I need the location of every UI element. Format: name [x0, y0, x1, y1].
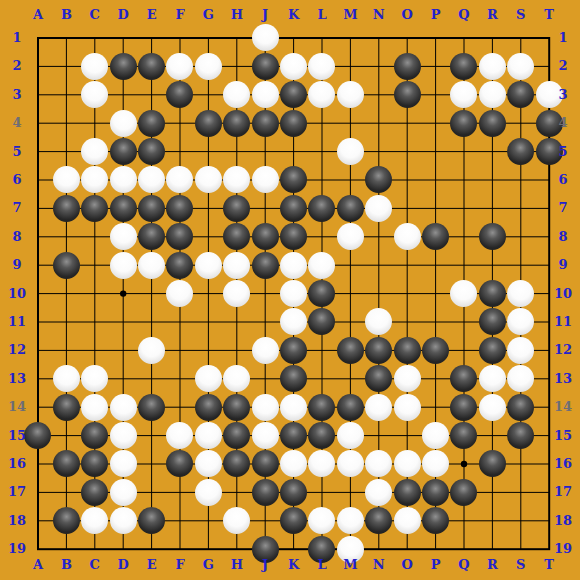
white-stone-K10[interactable] [280, 280, 307, 307]
intersection-F4[interactable] [166, 109, 194, 137]
intersection-H8[interactable] [223, 223, 251, 251]
intersection-F6[interactable] [166, 166, 194, 194]
intersection-L7[interactable] [308, 194, 336, 222]
intersection-N1[interactable] [364, 24, 392, 52]
white-stone-H6[interactable] [223, 166, 250, 193]
intersection-M13[interactable] [336, 364, 364, 392]
intersection-L17[interactable] [308, 478, 336, 506]
white-stone-L9[interactable] [308, 252, 335, 279]
white-stone-J12[interactable] [252, 337, 279, 364]
white-stone-D14[interactable] [110, 394, 137, 421]
intersection-E4[interactable] [137, 109, 165, 137]
white-stone-R2[interactable] [479, 53, 506, 80]
white-stone-E12[interactable] [138, 337, 165, 364]
black-stone-D5[interactable] [110, 138, 137, 165]
black-stone-L15[interactable] [308, 422, 335, 449]
intersection-L8[interactable] [308, 223, 336, 251]
black-stone-N12[interactable] [365, 337, 392, 364]
intersection-N3[interactable] [364, 81, 392, 109]
black-stone-H7[interactable] [223, 195, 250, 222]
black-stone-B16[interactable] [53, 450, 80, 477]
intersection-Q8[interactable] [450, 223, 478, 251]
intersection-K10[interactable] [279, 279, 307, 307]
intersection-F17[interactable] [166, 478, 194, 506]
white-stone-F6[interactable] [166, 166, 193, 193]
intersection-B8[interactable] [52, 223, 80, 251]
black-stone-K7[interactable] [280, 195, 307, 222]
white-stone-S11[interactable] [507, 308, 534, 335]
intersection-F10[interactable] [166, 279, 194, 307]
intersection-D11[interactable] [109, 308, 137, 336]
intersection-H1[interactable] [223, 24, 251, 52]
intersection-P5[interactable] [421, 137, 449, 165]
intersection-G6[interactable] [194, 166, 222, 194]
intersection-H14[interactable] [223, 393, 251, 421]
intersection-G5[interactable] [194, 137, 222, 165]
intersection-K7[interactable] [279, 194, 307, 222]
intersection-S2[interactable] [506, 52, 534, 80]
intersection-N9[interactable] [364, 251, 392, 279]
intersection-J14[interactable] [251, 393, 279, 421]
intersection-Q3[interactable] [450, 81, 478, 109]
intersection-R3[interactable] [478, 81, 506, 109]
intersection-J1[interactable] [251, 24, 279, 52]
intersection-S1[interactable] [506, 24, 534, 52]
black-stone-P12[interactable] [422, 337, 449, 364]
black-stone-P8[interactable] [422, 223, 449, 250]
intersection-E15[interactable] [137, 421, 165, 449]
intersection-M6[interactable] [336, 166, 364, 194]
intersection-O1[interactable] [393, 24, 421, 52]
intersection-E16[interactable] [137, 450, 165, 478]
black-stone-K6[interactable] [280, 166, 307, 193]
intersection-E12[interactable] [137, 336, 165, 364]
intersection-C15[interactable] [81, 421, 109, 449]
intersection-K11[interactable] [279, 308, 307, 336]
white-stone-M5[interactable] [337, 138, 364, 165]
intersection-R10[interactable] [478, 279, 506, 307]
intersection-B9[interactable] [52, 251, 80, 279]
intersection-Q17[interactable] [450, 478, 478, 506]
white-stone-B13[interactable] [53, 365, 80, 392]
intersection-O11[interactable] [393, 308, 421, 336]
black-stone-K18[interactable] [280, 507, 307, 534]
intersection-B7[interactable] [52, 194, 80, 222]
black-stone-B9[interactable] [53, 252, 80, 279]
white-stone-J3[interactable] [252, 81, 279, 108]
black-stone-F3[interactable] [166, 81, 193, 108]
intersection-F11[interactable] [166, 308, 194, 336]
intersection-R7[interactable] [478, 194, 506, 222]
black-stone-L14[interactable] [308, 394, 335, 421]
intersection-O3[interactable] [393, 81, 421, 109]
intersection-C7[interactable] [81, 194, 109, 222]
intersection-B13[interactable] [52, 364, 80, 392]
intersection-H9[interactable] [223, 251, 251, 279]
intersection-J4[interactable] [251, 109, 279, 137]
intersection-D15[interactable] [109, 421, 137, 449]
white-stone-G2[interactable] [195, 53, 222, 80]
intersection-O14[interactable] [393, 393, 421, 421]
intersection-E2[interactable] [137, 52, 165, 80]
black-stone-B7[interactable] [53, 195, 80, 222]
intersection-N7[interactable] [364, 194, 392, 222]
black-stone-N6[interactable] [365, 166, 392, 193]
black-stone-M14[interactable] [337, 394, 364, 421]
intersection-B18[interactable] [52, 506, 80, 534]
intersection-C13[interactable] [81, 364, 109, 392]
white-stone-S13[interactable] [507, 365, 534, 392]
intersection-M5[interactable] [336, 137, 364, 165]
intersection-E8[interactable] [137, 223, 165, 251]
intersection-O10[interactable] [393, 279, 421, 307]
intersection-O8[interactable] [393, 223, 421, 251]
intersection-Q18[interactable] [450, 506, 478, 534]
intersection-O13[interactable] [393, 364, 421, 392]
intersection-L4[interactable] [308, 109, 336, 137]
white-stone-J1[interactable] [252, 24, 279, 51]
intersection-N2[interactable] [364, 52, 392, 80]
black-stone-F7[interactable] [166, 195, 193, 222]
intersection-B6[interactable] [52, 166, 80, 194]
intersection-H12[interactable] [223, 336, 251, 364]
white-stone-K2[interactable] [280, 53, 307, 80]
intersection-O18[interactable] [393, 506, 421, 534]
intersection-E6[interactable] [137, 166, 165, 194]
black-stone-K3[interactable] [280, 81, 307, 108]
black-stone-H8[interactable] [223, 223, 250, 250]
intersection-H10[interactable] [223, 279, 251, 307]
white-stone-K16[interactable] [280, 450, 307, 477]
intersection-Q11[interactable] [450, 308, 478, 336]
intersection-N10[interactable] [364, 279, 392, 307]
intersection-N6[interactable] [364, 166, 392, 194]
intersection-B4[interactable] [52, 109, 80, 137]
intersection-J3[interactable] [251, 81, 279, 109]
intersection-C2[interactable] [81, 52, 109, 80]
intersection-O7[interactable] [393, 194, 421, 222]
white-stone-K9[interactable] [280, 252, 307, 279]
black-stone-J17[interactable] [252, 479, 279, 506]
intersection-C5[interactable] [81, 137, 109, 165]
intersection-H6[interactable] [223, 166, 251, 194]
black-stone-D2[interactable] [110, 53, 137, 80]
white-stone-C5[interactable] [81, 138, 108, 165]
intersection-H3[interactable] [223, 81, 251, 109]
white-stone-S10[interactable] [507, 280, 534, 307]
intersection-Q1[interactable] [450, 24, 478, 52]
black-stone-Q17[interactable] [450, 479, 477, 506]
intersection-H7[interactable] [223, 194, 251, 222]
intersection-F5[interactable] [166, 137, 194, 165]
white-stone-L3[interactable] [308, 81, 335, 108]
intersection-Q10[interactable] [450, 279, 478, 307]
intersection-J18[interactable] [251, 506, 279, 534]
white-stone-N16[interactable] [365, 450, 392, 477]
intersection-L2[interactable] [308, 52, 336, 80]
black-stone-C15[interactable] [81, 422, 108, 449]
white-stone-K11[interactable] [280, 308, 307, 335]
black-stone-C16[interactable] [81, 450, 108, 477]
intersection-G4[interactable] [194, 109, 222, 137]
black-stone-K17[interactable] [280, 479, 307, 506]
intersection-C8[interactable] [81, 223, 109, 251]
intersection-D16[interactable] [109, 450, 137, 478]
intersection-R8[interactable] [478, 223, 506, 251]
black-stone-S5[interactable] [507, 138, 534, 165]
intersection-S14[interactable] [506, 393, 534, 421]
white-stone-H13[interactable] [223, 365, 250, 392]
intersection-P7[interactable] [421, 194, 449, 222]
intersection-Q16[interactable] [450, 450, 478, 478]
intersection-K1[interactable] [279, 24, 307, 52]
intersection-N18[interactable] [364, 506, 392, 534]
intersection-G3[interactable] [194, 81, 222, 109]
white-stone-E6[interactable] [138, 166, 165, 193]
intersection-K2[interactable] [279, 52, 307, 80]
intersection-J13[interactable] [251, 364, 279, 392]
intersection-B14[interactable] [52, 393, 80, 421]
intersection-S9[interactable] [506, 251, 534, 279]
intersection-R11[interactable] [478, 308, 506, 336]
intersection-Q15[interactable] [450, 421, 478, 449]
intersection-D18[interactable] [109, 506, 137, 534]
black-stone-J9[interactable] [252, 252, 279, 279]
intersection-S12[interactable] [506, 336, 534, 364]
intersection-G9[interactable] [194, 251, 222, 279]
intersection-P11[interactable] [421, 308, 449, 336]
black-stone-C7[interactable] [81, 195, 108, 222]
black-stone-E7[interactable] [138, 195, 165, 222]
black-stone-O17[interactable] [394, 479, 421, 506]
intersection-K8[interactable] [279, 223, 307, 251]
white-stone-H18[interactable] [223, 507, 250, 534]
intersection-G11[interactable] [194, 308, 222, 336]
black-stone-M12[interactable] [337, 337, 364, 364]
intersection-D7[interactable] [109, 194, 137, 222]
intersection-N4[interactable] [364, 109, 392, 137]
intersection-D3[interactable] [109, 81, 137, 109]
black-stone-R16[interactable] [479, 450, 506, 477]
intersection-H13[interactable] [223, 364, 251, 392]
intersection-L14[interactable] [308, 393, 336, 421]
intersection-D1[interactable] [109, 24, 137, 52]
white-stone-D17[interactable] [110, 479, 137, 506]
intersection-N16[interactable] [364, 450, 392, 478]
intersection-E5[interactable] [137, 137, 165, 165]
intersection-B16[interactable] [52, 450, 80, 478]
intersection-P16[interactable] [421, 450, 449, 478]
white-stone-H9[interactable] [223, 252, 250, 279]
intersection-G10[interactable] [194, 279, 222, 307]
intersection-K4[interactable] [279, 109, 307, 137]
intersection-P4[interactable] [421, 109, 449, 137]
white-stone-F10[interactable] [166, 280, 193, 307]
white-stone-O8[interactable] [394, 223, 421, 250]
intersection-M8[interactable] [336, 223, 364, 251]
intersection-H2[interactable] [223, 52, 251, 80]
intersection-E7[interactable] [137, 194, 165, 222]
intersection-D6[interactable] [109, 166, 137, 194]
intersection-G8[interactable] [194, 223, 222, 251]
intersection-G18[interactable] [194, 506, 222, 534]
black-stone-O3[interactable] [394, 81, 421, 108]
black-stone-J8[interactable] [252, 223, 279, 250]
black-stone-Q4[interactable] [450, 110, 477, 137]
intersection-P14[interactable] [421, 393, 449, 421]
intersection-F3[interactable] [166, 81, 194, 109]
white-stone-D8[interactable] [110, 223, 137, 250]
intersection-R17[interactable] [478, 478, 506, 506]
intersection-C11[interactable] [81, 308, 109, 336]
intersection-R15[interactable] [478, 421, 506, 449]
black-stone-E2[interactable] [138, 53, 165, 80]
intersection-M10[interactable] [336, 279, 364, 307]
intersection-N13[interactable] [364, 364, 392, 392]
intersection-S18[interactable] [506, 506, 534, 534]
white-stone-E9[interactable] [138, 252, 165, 279]
intersection-K9[interactable] [279, 251, 307, 279]
intersection-O9[interactable] [393, 251, 421, 279]
white-stone-O13[interactable] [394, 365, 421, 392]
intersection-B3[interactable] [52, 81, 80, 109]
intersection-N12[interactable] [364, 336, 392, 364]
black-stone-K12[interactable] [280, 337, 307, 364]
black-stone-N18[interactable] [365, 507, 392, 534]
black-stone-H14[interactable] [223, 394, 250, 421]
black-stone-L11[interactable] [308, 308, 335, 335]
intersection-P9[interactable] [421, 251, 449, 279]
intersection-C14[interactable] [81, 393, 109, 421]
intersection-J6[interactable] [251, 166, 279, 194]
intersection-L16[interactable] [308, 450, 336, 478]
intersection-L5[interactable] [308, 137, 336, 165]
intersection-C1[interactable] [81, 24, 109, 52]
black-stone-L10[interactable] [308, 280, 335, 307]
intersection-C3[interactable] [81, 81, 109, 109]
intersection-B15[interactable] [52, 421, 80, 449]
intersection-D2[interactable] [109, 52, 137, 80]
black-stone-J4[interactable] [252, 110, 279, 137]
intersection-C12[interactable] [81, 336, 109, 364]
black-stone-G14[interactable] [195, 394, 222, 421]
intersection-S10[interactable] [506, 279, 534, 307]
intersection-J16[interactable] [251, 450, 279, 478]
intersection-G17[interactable] [194, 478, 222, 506]
intersection-J7[interactable] [251, 194, 279, 222]
intersection-C16[interactable] [81, 450, 109, 478]
intersection-R4[interactable] [478, 109, 506, 137]
intersection-S13[interactable] [506, 364, 534, 392]
black-stone-R11[interactable] [479, 308, 506, 335]
white-stone-Q10[interactable] [450, 280, 477, 307]
black-stone-E8[interactable] [138, 223, 165, 250]
black-stone-F8[interactable] [166, 223, 193, 250]
intersection-J15[interactable] [251, 421, 279, 449]
white-stone-F15[interactable] [166, 422, 193, 449]
black-stone-K15[interactable] [280, 422, 307, 449]
intersection-E3[interactable] [137, 81, 165, 109]
intersection-O5[interactable] [393, 137, 421, 165]
white-stone-D4[interactable] [110, 110, 137, 137]
white-stone-G17[interactable] [195, 479, 222, 506]
intersection-L11[interactable] [308, 308, 336, 336]
white-stone-B6[interactable] [53, 166, 80, 193]
intersection-G14[interactable] [194, 393, 222, 421]
black-stone-K13[interactable] [280, 365, 307, 392]
intersection-P15[interactable] [421, 421, 449, 449]
white-stone-D6[interactable] [110, 166, 137, 193]
intersection-M4[interactable] [336, 109, 364, 137]
intersection-L3[interactable] [308, 81, 336, 109]
white-stone-C14[interactable] [81, 394, 108, 421]
intersection-R6[interactable] [478, 166, 506, 194]
intersection-F12[interactable] [166, 336, 194, 364]
white-stone-P15[interactable] [422, 422, 449, 449]
intersection-N17[interactable] [364, 478, 392, 506]
white-stone-R3[interactable] [479, 81, 506, 108]
intersection-P18[interactable] [421, 506, 449, 534]
intersection-M14[interactable] [336, 393, 364, 421]
intersection-B5[interactable] [52, 137, 80, 165]
intersection-F15[interactable] [166, 421, 194, 449]
white-stone-P16[interactable] [422, 450, 449, 477]
intersection-F18[interactable] [166, 506, 194, 534]
intersection-J2[interactable] [251, 52, 279, 80]
intersection-H17[interactable] [223, 478, 251, 506]
intersection-F9[interactable] [166, 251, 194, 279]
intersection-M18[interactable] [336, 506, 364, 534]
white-stone-O14[interactable] [394, 394, 421, 421]
white-stone-D15[interactable] [110, 422, 137, 449]
white-stone-G16[interactable] [195, 450, 222, 477]
intersection-E11[interactable] [137, 308, 165, 336]
black-stone-E18[interactable] [138, 507, 165, 534]
intersection-G16[interactable] [194, 450, 222, 478]
white-stone-C13[interactable] [81, 365, 108, 392]
intersection-P10[interactable] [421, 279, 449, 307]
white-stone-C18[interactable] [81, 507, 108, 534]
intersection-D13[interactable] [109, 364, 137, 392]
white-stone-R14[interactable] [479, 394, 506, 421]
intersection-B17[interactable] [52, 478, 80, 506]
intersection-J9[interactable] [251, 251, 279, 279]
intersection-S5[interactable] [506, 137, 534, 165]
intersection-S7[interactable] [506, 194, 534, 222]
white-stone-D18[interactable] [110, 507, 137, 534]
black-stone-O2[interactable] [394, 53, 421, 80]
white-stone-L16[interactable] [308, 450, 335, 477]
black-stone-K4[interactable] [280, 110, 307, 137]
intersection-N8[interactable] [364, 223, 392, 251]
intersection-R9[interactable] [478, 251, 506, 279]
intersection-K15[interactable] [279, 421, 307, 449]
intersection-D14[interactable] [109, 393, 137, 421]
intersection-G2[interactable] [194, 52, 222, 80]
intersection-N5[interactable] [364, 137, 392, 165]
intersection-S11[interactable] [506, 308, 534, 336]
intersection-M3[interactable] [336, 81, 364, 109]
white-stone-D16[interactable] [110, 450, 137, 477]
intersection-R14[interactable] [478, 393, 506, 421]
intersection-P8[interactable] [421, 223, 449, 251]
intersection-C9[interactable] [81, 251, 109, 279]
white-stone-J14[interactable] [252, 394, 279, 421]
intersection-P17[interactable] [421, 478, 449, 506]
intersection-H4[interactable] [223, 109, 251, 137]
black-stone-R12[interactable] [479, 337, 506, 364]
intersection-R1[interactable] [478, 24, 506, 52]
